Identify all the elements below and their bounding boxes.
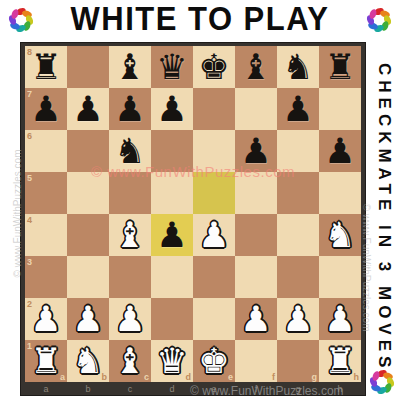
side-banner: CHECKMATE IN 3 MOVES — [368, 40, 400, 396]
square-d4[interactable]: ♟ — [151, 214, 193, 256]
square-a4[interactable]: 4 — [25, 214, 67, 256]
square-d7[interactable]: ♟ — [151, 88, 193, 130]
square-d3[interactable] — [151, 256, 193, 298]
funwithpuzzles-logo-icon — [367, 367, 397, 397]
file-label-d: d — [186, 372, 192, 382]
square-b5[interactable] — [67, 172, 109, 214]
square-b2[interactable]: ♟ — [67, 298, 109, 340]
strip-file-label-f: f — [235, 384, 277, 394]
square-g2[interactable]: ♟ — [277, 298, 319, 340]
square-g4[interactable] — [277, 214, 319, 256]
funwithpuzzles-logo-icon — [364, 5, 394, 35]
file-label-g: g — [312, 372, 318, 382]
square-a1[interactable]: 1a♜ — [25, 340, 67, 382]
square-g7[interactable]: ♟ — [277, 88, 319, 130]
square-f1[interactable]: f — [235, 340, 277, 382]
square-g8[interactable]: ♞ — [277, 46, 319, 88]
square-e3[interactable] — [193, 256, 235, 298]
square-d6[interactable] — [151, 130, 193, 172]
square-e8[interactable]: ♚ — [193, 46, 235, 88]
rank-label-8: 8 — [27, 47, 32, 57]
square-e4[interactable]: ♟ — [193, 214, 235, 256]
square-b7[interactable]: ♟ — [67, 88, 109, 130]
rank-label-7: 7 — [27, 89, 32, 99]
square-f8[interactable]: ♝ — [235, 46, 277, 88]
piece-black-knight: ♞ — [277, 46, 319, 88]
file-letter-strip: abcdefgh — [25, 382, 361, 396]
piece-white-pawn: ♟ — [277, 298, 319, 340]
strip-file-label-h: h — [319, 384, 361, 394]
square-d8[interactable]: ♛ — [151, 46, 193, 88]
square-b6[interactable] — [67, 130, 109, 172]
square-d2[interactable] — [151, 298, 193, 340]
piece-black-king: ♚ — [193, 46, 235, 88]
square-e7[interactable] — [193, 88, 235, 130]
rank-label-4: 4 — [27, 215, 32, 225]
file-label-a: a — [60, 372, 65, 382]
piece-black-pawn: ♟ — [109, 88, 151, 130]
square-b8[interactable] — [67, 46, 109, 88]
square-e5[interactable] — [193, 172, 235, 214]
square-h2[interactable]: ♟ — [319, 298, 361, 340]
file-label-b: b — [102, 372, 108, 382]
file-label-c: c — [144, 372, 149, 382]
strip-file-label-b: b — [67, 384, 109, 394]
rank-label-5: 5 — [27, 173, 32, 183]
square-c1[interactable]: c♝ — [109, 340, 151, 382]
square-f5[interactable] — [235, 172, 277, 214]
square-c7[interactable]: ♟ — [109, 88, 151, 130]
square-h4[interactable]: ♞ — [319, 214, 361, 256]
checkmate-in-3-moves-label: CHECKMATE IN 3 MOVES — [374, 63, 394, 372]
piece-white-knight: ♞ — [319, 214, 361, 256]
square-f7[interactable] — [235, 88, 277, 130]
piece-black-pawn: ♟ — [67, 88, 109, 130]
piece-black-rook: ♜ — [319, 46, 361, 88]
file-label-h: h — [354, 372, 360, 382]
puzzle-page: WHITE TO PLAY 8♜♝♛♚♝♞♜7♟♟♟♟♟6♞♟♟54♝♟♟♞32… — [0, 0, 400, 400]
file-label-f: f — [272, 372, 275, 382]
square-d1[interactable]: d♛ — [151, 340, 193, 382]
piece-white-pawn: ♟ — [319, 298, 361, 340]
square-a3[interactable]: 3 — [25, 256, 67, 298]
piece-white-pawn: ♟ — [235, 298, 277, 340]
piece-black-pawn: ♟ — [319, 130, 361, 172]
rank-label-2: 2 — [27, 299, 32, 309]
strip-file-label-c: c — [109, 384, 151, 394]
piece-black-pawn: ♟ — [277, 88, 319, 130]
square-c2[interactable]: ♟ — [109, 298, 151, 340]
piece-white-bishop: ♝ — [109, 214, 151, 256]
piece-black-queen: ♛ — [151, 46, 193, 88]
square-e1[interactable]: e♚ — [193, 340, 235, 382]
square-h1[interactable]: h♜ — [319, 340, 361, 382]
piece-black-knight: ♞ — [109, 130, 151, 172]
rank-label-1: 1 — [27, 341, 32, 351]
chess-board: 8♜♝♛♚♝♞♜7♟♟♟♟♟6♞♟♟54♝♟♟♞32♟♟♟♟♟♟1a♜b♞c♝d… — [25, 46, 361, 382]
rank-label-6: 6 — [27, 131, 32, 141]
square-h6[interactable]: ♟ — [319, 130, 361, 172]
square-a2[interactable]: 2♟ — [25, 298, 67, 340]
square-g6[interactable] — [277, 130, 319, 172]
square-h3[interactable] — [319, 256, 361, 298]
piece-white-pawn: ♟ — [109, 298, 151, 340]
piece-black-bishop: ♝ — [235, 46, 277, 88]
piece-black-pawn: ♟ — [151, 88, 193, 130]
square-a7[interactable]: 7♟ — [25, 88, 67, 130]
file-label-e: e — [228, 372, 233, 382]
top-banner: WHITE TO PLAY — [0, 0, 400, 40]
chess-board-frame: 8♜♝♛♚♝♞♜7♟♟♟♟♟6♞♟♟54♝♟♟♞32♟♟♟♟♟♟1a♜b♞c♝d… — [20, 42, 366, 396]
page-title: WHITE TO PLAY — [71, 1, 330, 39]
square-f6[interactable]: ♟ — [235, 130, 277, 172]
strip-file-label-a: a — [25, 384, 67, 394]
square-f3[interactable] — [235, 256, 277, 298]
piece-black-pawn: ♟ — [235, 130, 277, 172]
square-g3[interactable] — [277, 256, 319, 298]
square-c5[interactable] — [109, 172, 151, 214]
strip-file-label-g: g — [277, 384, 319, 394]
strip-file-label-d: d — [151, 384, 193, 394]
square-c3[interactable] — [109, 256, 151, 298]
square-b1[interactable]: b♞ — [67, 340, 109, 382]
rank-label-3: 3 — [27, 257, 32, 267]
piece-white-pawn: ♟ — [67, 298, 109, 340]
piece-black-bishop: ♝ — [109, 46, 151, 88]
funwithpuzzles-logo-icon — [6, 5, 36, 35]
piece-black-pawn: ♟ — [151, 214, 193, 256]
square-d5[interactable] — [151, 172, 193, 214]
piece-white-pawn: ♟ — [193, 214, 235, 256]
square-h8[interactable]: ♜ — [319, 46, 361, 88]
square-c8[interactable]: ♝ — [109, 46, 151, 88]
square-h5[interactable] — [319, 172, 361, 214]
square-g5[interactable] — [277, 172, 319, 214]
square-b4[interactable] — [67, 214, 109, 256]
square-c6[interactable]: ♞ — [109, 130, 151, 172]
square-f2[interactable]: ♟ — [235, 298, 277, 340]
square-a6[interactable]: 6 — [25, 130, 67, 172]
square-g1[interactable]: g — [277, 340, 319, 382]
square-a8[interactable]: 8♜ — [25, 46, 67, 88]
square-e2[interactable] — [193, 298, 235, 340]
square-f4[interactable] — [235, 214, 277, 256]
strip-file-label-e: e — [193, 384, 235, 394]
square-b3[interactable] — [67, 256, 109, 298]
square-a5[interactable]: 5 — [25, 172, 67, 214]
square-e6[interactable] — [193, 130, 235, 172]
square-h7[interactable] — [319, 88, 361, 130]
square-c4[interactable]: ♝ — [109, 214, 151, 256]
